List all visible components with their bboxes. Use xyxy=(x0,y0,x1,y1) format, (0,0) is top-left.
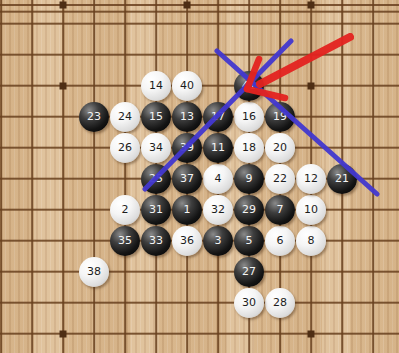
stone-white-24: 24 xyxy=(110,102,140,132)
cell-13-7: 21 xyxy=(327,163,358,194)
stone-black-17: 17 xyxy=(203,102,233,132)
stone-white-26: 26 xyxy=(110,133,140,163)
stone-white-4: 4 xyxy=(203,164,233,194)
stone-white-16: 16 xyxy=(234,102,264,132)
stone-white-12: 12 xyxy=(296,164,326,194)
cell-10-11: 30 xyxy=(234,287,265,318)
goban[interactable]: 1234567891011121314151617181920212223242… xyxy=(0,8,389,349)
stone-black-31: 31 xyxy=(141,195,171,225)
stone-black-33: 33 xyxy=(141,226,171,256)
stone-black-19: 19 xyxy=(265,102,295,132)
stone-black-25: 25 xyxy=(141,164,171,194)
cell-11-7: 22 xyxy=(265,163,296,194)
cell-6-8: 2 xyxy=(110,194,141,225)
stone-black-5: 5 xyxy=(234,226,264,256)
cell-11-9: 6 xyxy=(265,225,296,256)
cell-8-8: 1 xyxy=(172,194,203,225)
gomoku-board-screenshot: 1234567891011121314151617181920212223242… xyxy=(0,0,399,353)
stone-black-1: 1 xyxy=(172,195,202,225)
cell-7-4: 14 xyxy=(141,70,172,101)
cell-6-5: 24 xyxy=(110,101,141,132)
cell-12-8: 10 xyxy=(296,194,327,225)
cell-10-9: 5 xyxy=(234,225,265,256)
stone-white-20: 20 xyxy=(265,133,295,163)
stone-black-3: 3 xyxy=(203,226,233,256)
stone-white-2: 2 xyxy=(110,195,140,225)
cell-5-10: 38 xyxy=(79,256,110,287)
cell-9-9: 3 xyxy=(203,225,234,256)
cell-10-4: 41 xyxy=(234,70,265,101)
cell-9-6: 11 xyxy=(203,132,234,163)
stone-white-22: 22 xyxy=(265,164,295,194)
cell-11-11: 28 xyxy=(265,287,296,318)
stone-black-23: 23 xyxy=(79,102,109,132)
stone-black-39: 39 xyxy=(172,133,202,163)
stone-black-41: 41 xyxy=(234,71,264,101)
cell-10-8: 29 xyxy=(234,194,265,225)
cell-7-8: 31 xyxy=(141,194,172,225)
stone-white-30: 30 xyxy=(234,288,264,318)
cell-6-9: 35 xyxy=(110,225,141,256)
cell-10-6: 18 xyxy=(234,132,265,163)
cell-9-5: 17 xyxy=(203,101,234,132)
cell-7-9: 33 xyxy=(141,225,172,256)
cell-8-9: 36 xyxy=(172,225,203,256)
cell-7-5: 15 xyxy=(141,101,172,132)
stone-white-32: 32 xyxy=(203,195,233,225)
stone-black-15: 15 xyxy=(141,102,171,132)
stone-white-10: 10 xyxy=(296,195,326,225)
cell-12-7: 12 xyxy=(296,163,327,194)
stone-white-14: 14 xyxy=(141,71,171,101)
cell-7-7: 25 xyxy=(141,163,172,194)
stone-white-28: 28 xyxy=(265,288,295,318)
cell-8-4: 40 xyxy=(172,70,203,101)
cell-8-5: 13 xyxy=(172,101,203,132)
cell-9-7: 4 xyxy=(203,163,234,194)
cell-9-8: 32 xyxy=(203,194,234,225)
cell-12-9: 8 xyxy=(296,225,327,256)
stone-black-37: 37 xyxy=(172,164,202,194)
stone-white-36: 36 xyxy=(172,226,202,256)
stone-white-18: 18 xyxy=(234,133,264,163)
stone-white-38: 38 xyxy=(79,257,109,287)
stone-black-21: 21 xyxy=(327,164,357,194)
stone-white-34: 34 xyxy=(141,133,171,163)
stone-black-11: 11 xyxy=(203,133,233,163)
cell-11-5: 19 xyxy=(265,101,296,132)
stone-black-13: 13 xyxy=(172,102,202,132)
stone-black-9: 9 xyxy=(234,164,264,194)
cell-5-5: 23 xyxy=(79,101,110,132)
cell-11-8: 7 xyxy=(265,194,296,225)
stone-white-8: 8 xyxy=(296,226,326,256)
stone-black-27: 27 xyxy=(234,257,264,287)
stone-black-35: 35 xyxy=(110,226,140,256)
cell-10-10: 27 xyxy=(234,256,265,287)
cell-8-6: 39 xyxy=(172,132,203,163)
cell-6-6: 26 xyxy=(110,132,141,163)
stone-black-7: 7 xyxy=(265,195,295,225)
stone-black-29: 29 xyxy=(234,195,264,225)
cell-7-6: 34 xyxy=(141,132,172,163)
cell-10-5: 16 xyxy=(234,101,265,132)
stone-white-6: 6 xyxy=(265,226,295,256)
stone-white-40: 40 xyxy=(172,71,202,101)
cell-11-6: 20 xyxy=(265,132,296,163)
cell-8-7: 37 xyxy=(172,163,203,194)
cell-10-7: 9 xyxy=(234,163,265,194)
